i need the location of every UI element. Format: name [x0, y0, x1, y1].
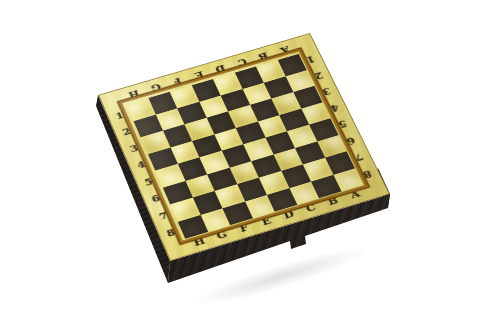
board-squares	[126, 54, 363, 239]
photo-scene: HGFEDCBA HGFEDCBA 12345678 12345678	[0, 0, 500, 333]
